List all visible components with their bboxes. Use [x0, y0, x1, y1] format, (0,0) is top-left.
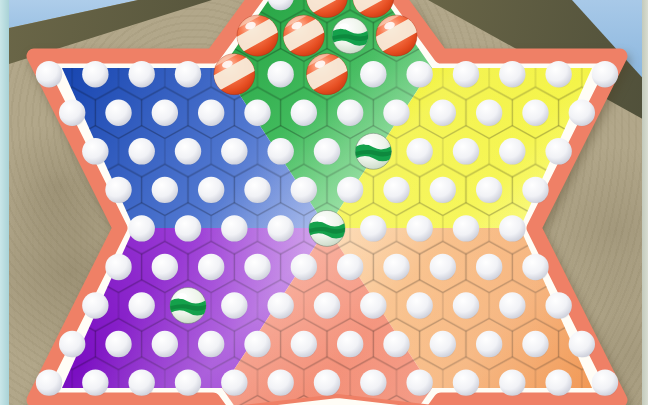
hole-r8c1[interactable] — [105, 177, 131, 203]
hole-r11c6[interactable] — [314, 292, 340, 318]
hole-r12c11[interactable] — [522, 331, 548, 357]
marble-green-r11c3[interactable] — [169, 288, 207, 326]
hole-r13c12[interactable] — [545, 369, 571, 395]
hole-r9c6[interactable] — [360, 215, 386, 241]
hole-r6c8[interactable] — [383, 100, 409, 126]
hole-r12c1[interactable] — [59, 331, 85, 357]
hole-r11c7[interactable] — [360, 292, 386, 318]
hole-r5c2[interactable] — [82, 61, 108, 87]
marble-gloss — [316, 216, 326, 222]
marble-green-r9c5[interactable] — [308, 210, 346, 248]
marble-green-r4c3[interactable] — [331, 18, 369, 56]
hole-r7c11[interactable] — [545, 138, 571, 164]
hole-r13c7[interactable] — [314, 369, 340, 395]
hole-r5c9[interactable] — [406, 61, 432, 87]
hole-r10c10[interactable] — [522, 254, 548, 280]
hole-r7c6[interactable] — [314, 138, 340, 164]
hole-r12c9[interactable] — [430, 331, 456, 357]
hole-r13c3[interactable] — [128, 369, 154, 395]
hole-r13c13[interactable] — [592, 369, 618, 395]
hole-r7c2[interactable] — [128, 138, 154, 164]
hole-r10c5[interactable] — [291, 254, 317, 280]
hole-r10c3[interactable] — [198, 254, 224, 280]
hole-r5c13[interactable] — [592, 61, 618, 87]
hole-r7c9[interactable] — [453, 138, 479, 164]
hole-r11c11[interactable] — [545, 292, 571, 318]
game-screen — [0, 0, 648, 405]
hole-r6c7[interactable] — [337, 100, 363, 126]
hole-r13c1[interactable] — [36, 369, 62, 395]
hole-r13c4[interactable] — [175, 369, 201, 395]
hole-r8c8[interactable] — [430, 177, 456, 203]
hole-r9c8[interactable] — [453, 215, 479, 241]
hole-r6c11[interactable] — [522, 100, 548, 126]
hole-r6c6[interactable] — [291, 100, 317, 126]
hole-r5c11[interactable] — [499, 61, 525, 87]
hole-r5c10[interactable] — [453, 61, 479, 87]
hole-r12c5[interactable] — [244, 331, 270, 357]
hole-r10c2[interactable] — [152, 254, 178, 280]
hole-r7c10[interactable] — [499, 138, 525, 164]
hole-r5c4[interactable] — [175, 61, 201, 87]
hole-r10c6[interactable] — [337, 254, 363, 280]
hole-r12c2[interactable] — [105, 331, 131, 357]
hole-r6c1[interactable] — [59, 100, 85, 126]
hole-r10c4[interactable] — [244, 254, 270, 280]
hole-r12c10[interactable] — [476, 331, 502, 357]
hole-r13c10[interactable] — [453, 369, 479, 395]
hole-r12c3[interactable] — [152, 331, 178, 357]
hole-r5c3[interactable] — [128, 61, 154, 87]
hole-r13c2[interactable] — [82, 369, 108, 395]
hole-r13c11[interactable] — [499, 369, 525, 395]
hole-r9c9[interactable] — [499, 215, 525, 241]
hole-r8c3[interactable] — [198, 177, 224, 203]
hole-r12c8[interactable] — [383, 331, 409, 357]
hole-r11c10[interactable] — [499, 292, 525, 318]
marble-green-r7c7[interactable] — [354, 133, 392, 171]
hole-r10c8[interactable] — [430, 254, 456, 280]
hole-r7c8[interactable] — [406, 138, 432, 164]
marble-gloss — [177, 293, 187, 299]
hole-r5c12[interactable] — [545, 61, 571, 87]
hole-r12c12[interactable] — [569, 331, 595, 357]
hole-r10c9[interactable] — [476, 254, 502, 280]
hole-r13c5[interactable] — [221, 369, 247, 395]
hole-r13c6[interactable] — [267, 369, 293, 395]
hole-r9c1[interactable] — [128, 215, 154, 241]
hole-r6c2[interactable] — [105, 100, 131, 126]
hole-r7c4[interactable] — [221, 138, 247, 164]
hole-r9c2[interactable] — [175, 215, 201, 241]
hole-r12c4[interactable] — [198, 331, 224, 357]
hole-r6c3[interactable] — [152, 100, 178, 126]
hole-r12c7[interactable] — [337, 331, 363, 357]
hole-r9c7[interactable] — [406, 215, 432, 241]
hole-r13c9[interactable] — [406, 369, 432, 395]
hole-r11c5[interactable] — [267, 292, 293, 318]
hole-r8c5[interactable] — [291, 177, 317, 203]
hole-r11c9[interactable] — [453, 292, 479, 318]
hole-r6c5[interactable] — [244, 100, 270, 126]
hole-r5c8[interactable] — [360, 61, 386, 87]
hole-r11c1[interactable] — [82, 292, 108, 318]
hole-r11c8[interactable] — [406, 292, 432, 318]
hole-r6c12[interactable] — [569, 100, 595, 126]
hole-r9c3[interactable] — [221, 215, 247, 241]
hole-r8c4[interactable] — [244, 177, 270, 203]
hole-r7c3[interactable] — [175, 138, 201, 164]
hole-r8c7[interactable] — [383, 177, 409, 203]
hole-r10c1[interactable] — [105, 254, 131, 280]
hole-r6c9[interactable] — [430, 100, 456, 126]
hole-r8c9[interactable] — [476, 177, 502, 203]
hole-r9c4[interactable] — [267, 215, 293, 241]
hole-r8c6[interactable] — [337, 177, 363, 203]
marble-gloss — [362, 139, 372, 145]
hole-r11c2[interactable] — [128, 292, 154, 318]
marble-gloss — [339, 23, 349, 29]
hole-r7c5[interactable] — [267, 138, 293, 164]
hole-r5c1[interactable] — [36, 61, 62, 87]
hole-r5c6[interactable] — [267, 61, 293, 87]
hole-r12c6[interactable] — [291, 331, 317, 357]
hole-r7c1[interactable] — [82, 138, 108, 164]
hole-r8c10[interactable] — [522, 177, 548, 203]
hole-r11c4[interactable] — [221, 292, 247, 318]
chinese-checkers-board — [0, 0, 648, 405]
hole-r10c7[interactable] — [383, 254, 409, 280]
hole-r13c8[interactable] — [360, 369, 386, 395]
hole-r8c2[interactable] — [152, 177, 178, 203]
hole-r6c4[interactable] — [198, 100, 224, 126]
hole-r6c10[interactable] — [476, 100, 502, 126]
